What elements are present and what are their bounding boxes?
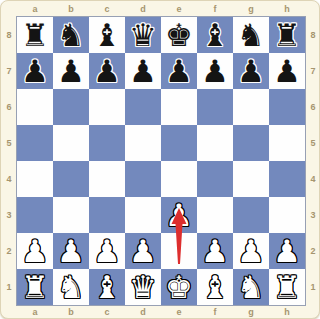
- square-f8[interactable]: ♝: [197, 17, 233, 53]
- square-f2[interactable]: ♟: [197, 233, 233, 269]
- white-king-e1: ♚: [165, 269, 193, 305]
- square-d6[interactable]: [125, 89, 161, 125]
- square-d2[interactable]: ♟: [125, 233, 161, 269]
- square-a5[interactable]: [17, 125, 53, 161]
- square-e7[interactable]: ♟: [161, 53, 197, 89]
- square-a7[interactable]: ♟: [17, 53, 53, 89]
- rank-label-left-5: 5: [2, 136, 16, 150]
- square-c7[interactable]: ♟: [89, 53, 125, 89]
- white-bishop-f1: ♝: [201, 269, 229, 305]
- square-a1[interactable]: ♜: [17, 269, 53, 305]
- black-queen-d8: ♛: [129, 17, 157, 53]
- square-g3[interactable]: [233, 197, 269, 233]
- file-label-top-g: g: [244, 2, 258, 16]
- rank-label-right-7: 7: [306, 64, 320, 78]
- square-g4[interactable]: [233, 161, 269, 197]
- square-h3[interactable]: [269, 197, 305, 233]
- black-pawn-a7: ♟: [21, 53, 49, 89]
- square-c6[interactable]: [89, 89, 125, 125]
- square-h8[interactable]: ♜: [269, 17, 305, 53]
- white-rook-h1: ♜: [273, 269, 301, 305]
- black-knight-b8: ♞: [57, 17, 85, 53]
- black-pawn-e7: ♟: [165, 53, 193, 89]
- rank-label-right-1: 1: [306, 280, 320, 294]
- file-label-top-a: a: [28, 2, 42, 16]
- file-label-top-e: e: [172, 2, 186, 16]
- square-a6[interactable]: [17, 89, 53, 125]
- square-f7[interactable]: ♟: [197, 53, 233, 89]
- file-label-top-f: f: [208, 2, 222, 16]
- square-g7[interactable]: ♟: [233, 53, 269, 89]
- rank-label-left-1: 1: [2, 280, 16, 294]
- square-d1[interactable]: ♛: [125, 269, 161, 305]
- black-pawn-c7: ♟: [93, 53, 121, 89]
- file-label-bottom-g: g: [244, 305, 258, 319]
- file-label-bottom-a: a: [28, 305, 42, 319]
- square-h6[interactable]: [269, 89, 305, 125]
- white-rook-a1: ♜: [21, 269, 49, 305]
- white-knight-b1: ♞: [57, 269, 85, 305]
- square-c1[interactable]: ♝: [89, 269, 125, 305]
- square-c3[interactable]: [89, 197, 125, 233]
- square-g2[interactable]: ♟: [233, 233, 269, 269]
- square-h4[interactable]: [269, 161, 305, 197]
- square-g1[interactable]: ♞: [233, 269, 269, 305]
- square-h2[interactable]: ♟: [269, 233, 305, 269]
- black-bishop-f8: ♝: [201, 17, 229, 53]
- square-g8[interactable]: ♞: [233, 17, 269, 53]
- black-king-e8: ♚: [165, 17, 193, 53]
- square-e8[interactable]: ♚: [161, 17, 197, 53]
- square-h1[interactable]: ♜: [269, 269, 305, 305]
- rank-label-left-3: 3: [2, 208, 16, 222]
- square-b2[interactable]: ♟: [53, 233, 89, 269]
- square-e2[interactable]: [161, 233, 197, 269]
- file-label-bottom-c: c: [100, 305, 114, 319]
- black-rook-a8: ♜: [21, 17, 49, 53]
- square-a2[interactable]: ♟: [17, 233, 53, 269]
- square-f1[interactable]: ♝: [197, 269, 233, 305]
- square-b4[interactable]: [53, 161, 89, 197]
- black-knight-g8: ♞: [237, 17, 265, 53]
- rank-label-right-2: 2: [306, 244, 320, 258]
- square-h5[interactable]: [269, 125, 305, 161]
- rank-label-right-6: 6: [306, 100, 320, 114]
- square-b7[interactable]: ♟: [53, 53, 89, 89]
- file-label-bottom-d: d: [136, 305, 150, 319]
- white-pawn-c2: ♟: [93, 233, 121, 269]
- square-a8[interactable]: ♜: [17, 17, 53, 53]
- square-e3[interactable]: ♟: [161, 197, 197, 233]
- square-b1[interactable]: ♞: [53, 269, 89, 305]
- white-pawn-e3: ♟: [165, 197, 193, 233]
- file-label-top-b: b: [64, 2, 78, 16]
- square-c2[interactable]: ♟: [89, 233, 125, 269]
- rank-label-left-7: 7: [2, 64, 16, 78]
- white-pawn-b2: ♟: [57, 233, 85, 269]
- black-bishop-c8: ♝: [93, 17, 121, 53]
- white-queen-d1: ♛: [129, 269, 157, 305]
- file-label-bottom-b: b: [64, 305, 78, 319]
- square-e5[interactable]: [161, 125, 197, 161]
- white-knight-g1: ♞: [237, 269, 265, 305]
- square-f6[interactable]: [197, 89, 233, 125]
- square-b5[interactable]: [53, 125, 89, 161]
- square-a3[interactable]: [17, 197, 53, 233]
- black-pawn-f7: ♟: [201, 53, 229, 89]
- square-d8[interactable]: ♛: [125, 17, 161, 53]
- white-bishop-c1: ♝: [93, 269, 121, 305]
- white-pawn-h2: ♟: [273, 233, 301, 269]
- black-pawn-g7: ♟: [237, 53, 265, 89]
- square-e1[interactable]: ♚: [161, 269, 197, 305]
- square-d3[interactable]: [125, 197, 161, 233]
- rank-label-left-2: 2: [2, 244, 16, 258]
- rank-label-left-4: 4: [2, 172, 16, 186]
- square-f3[interactable]: [197, 197, 233, 233]
- square-d7[interactable]: ♟: [125, 53, 161, 89]
- black-rook-h8: ♜: [273, 17, 301, 53]
- white-pawn-f2: ♟: [201, 233, 229, 269]
- black-pawn-d7: ♟: [129, 53, 157, 89]
- square-e6[interactable]: [161, 89, 197, 125]
- square-d5[interactable]: [125, 125, 161, 161]
- square-f5[interactable]: [197, 125, 233, 161]
- white-pawn-a2: ♟: [21, 233, 49, 269]
- rank-label-right-3: 3: [306, 208, 320, 222]
- square-e4[interactable]: [161, 161, 197, 197]
- square-b3[interactable]: [53, 197, 89, 233]
- rank-label-left-8: 8: [2, 28, 16, 42]
- square-h7[interactable]: ♟: [269, 53, 305, 89]
- black-pawn-b7: ♟: [57, 53, 85, 89]
- chess-board: ♜♞♝♛♚♝♞♜♟♟♟♟♟♟♟♟♟♟♟♟♟♟♟♟♜♞♝♛♚♝♞♜: [16, 16, 306, 306]
- square-b8[interactable]: ♞: [53, 17, 89, 53]
- square-a4[interactable]: [17, 161, 53, 197]
- square-g5[interactable]: [233, 125, 269, 161]
- rank-label-left-6: 6: [2, 100, 16, 114]
- file-label-top-c: c: [100, 2, 114, 16]
- chess-board-card: ♜♞♝♛♚♝♞♜♟♟♟♟♟♟♟♟♟♟♟♟♟♟♟♟♜♞♝♛♚♝♞♜ aabbccd…: [0, 0, 320, 319]
- black-pawn-h7: ♟: [273, 53, 301, 89]
- white-pawn-d2: ♟: [129, 233, 157, 269]
- square-c4[interactable]: [89, 161, 125, 197]
- square-f4[interactable]: [197, 161, 233, 197]
- square-g6[interactable]: [233, 89, 269, 125]
- square-c8[interactable]: ♝: [89, 17, 125, 53]
- file-label-bottom-f: f: [208, 305, 222, 319]
- square-b6[interactable]: [53, 89, 89, 125]
- file-label-top-d: d: [136, 2, 150, 16]
- square-d4[interactable]: [125, 161, 161, 197]
- file-label-bottom-h: h: [280, 305, 294, 319]
- rank-label-right-8: 8: [306, 28, 320, 42]
- rank-label-right-4: 4: [306, 172, 320, 186]
- file-label-top-h: h: [280, 2, 294, 16]
- rank-label-right-5: 5: [306, 136, 320, 150]
- file-label-bottom-e: e: [172, 305, 186, 319]
- square-c5[interactable]: [89, 125, 125, 161]
- white-pawn-g2: ♟: [237, 233, 265, 269]
